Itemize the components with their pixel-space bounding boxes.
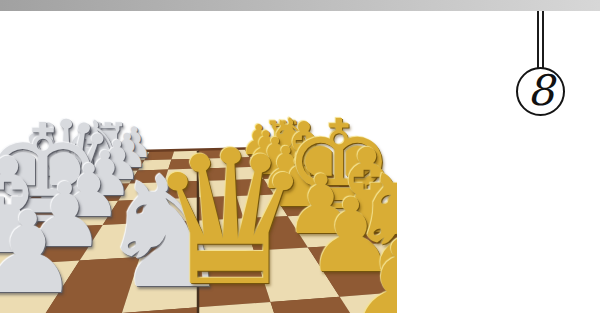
chessboard-photo: ♜♟♟♜♞♟♟♞♝♟♟♝♛♟♟♚♟♟♚♝♟♟♝♟♞♛♟♞♜♟♟♜ [0, 0, 397, 313]
top-gradient-bar [0, 0, 600, 11]
piece-black-pawn-h7: ♟ [341, 222, 397, 313]
circle-8-marker: 8 [516, 67, 565, 116]
marker-line [537, 11, 544, 69]
marker-number: 8 [527, 70, 554, 112]
piece-white-pawn-h2: ♟ [0, 244, 32, 313]
piece-black-queen-g5: ♛ [147, 126, 314, 312]
